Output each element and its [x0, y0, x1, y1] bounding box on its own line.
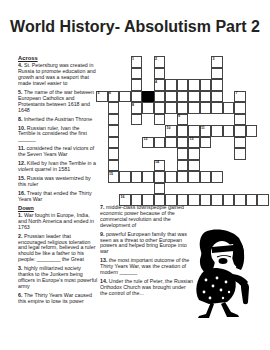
- crossword-cell[interactable]: [131, 79, 143, 91]
- crossword-cell[interactable]: [108, 125, 120, 137]
- crossword-cell[interactable]: [142, 171, 154, 183]
- crossword-cell[interactable]: [177, 102, 189, 114]
- clue-item: 4. St. Petersburg was created in Russia …: [18, 63, 98, 87]
- crossword-cell[interactable]: [234, 125, 246, 137]
- crossword-cell[interactable]: [154, 194, 166, 206]
- crossword-cell[interactable]: [223, 125, 235, 137]
- crossword-cell[interactable]: 7: [234, 91, 246, 103]
- clue-number: 7: [236, 91, 238, 96]
- clue-number: 10: [167, 126, 171, 131]
- crossword-cell[interactable]: [177, 160, 189, 172]
- crossword-cell[interactable]: [257, 194, 269, 206]
- crossword-cell[interactable]: [142, 194, 154, 206]
- crossword-cell[interactable]: [165, 171, 177, 183]
- crossword-cell[interactable]: [188, 160, 200, 172]
- worksheet-page: { "title": "World History- Absolutism Pa…: [0, 0, 270, 350]
- crossword-cell[interactable]: 16: [119, 194, 131, 206]
- crossword-cell[interactable]: [234, 137, 246, 149]
- clue-number: 1: [132, 57, 134, 62]
- crossword-cell[interactable]: 2: [154, 56, 166, 68]
- crossword-cell[interactable]: [211, 79, 223, 91]
- crossword-cell[interactable]: [223, 102, 235, 114]
- crossword-cell[interactable]: [119, 91, 131, 103]
- clue-number: 14: [155, 160, 159, 165]
- blocked-cell: [142, 91, 154, 103]
- clue-number: 4: [155, 80, 157, 85]
- crossword-cell[interactable]: [200, 137, 212, 149]
- crossword-cell[interactable]: [177, 91, 189, 103]
- crossword-cell[interactable]: [142, 102, 154, 114]
- crossword-cell[interactable]: [131, 114, 143, 126]
- crossword-cell[interactable]: 4: [154, 79, 166, 91]
- crossword-cell[interactable]: [246, 194, 258, 206]
- crossword-cell[interactable]: [108, 102, 120, 114]
- crossword-cell[interactable]: [154, 183, 166, 195]
- clue-item: 3. highly militarized society thanks to …: [18, 266, 98, 290]
- clue-column-left: Across 4. St. Petersburg was created in …: [18, 56, 98, 348]
- crossword-cell[interactable]: [211, 194, 223, 206]
- crossword-cell[interactable]: [188, 125, 200, 137]
- clue-number: 8: [132, 103, 134, 108]
- clue-item: 11. considered the real victors of the S…: [18, 146, 98, 158]
- clue-item: 6. The Thirty Years War caused this empi…: [18, 293, 98, 305]
- crossword-cell[interactable]: [188, 194, 200, 206]
- across-clue-list: 4. St. Petersburg was created in Russia …: [18, 63, 98, 202]
- crossword-cell[interactable]: [188, 171, 200, 183]
- crossword-cell[interactable]: [131, 68, 143, 80]
- crossword-cell[interactable]: [211, 125, 223, 137]
- clue-number: 9: [178, 114, 180, 119]
- clue-item: 10. Russian ruler, Ivan the Terrible is …: [18, 126, 98, 144]
- down-clue-list-right: 7. middle-class townspeople gained econo…: [100, 205, 194, 297]
- crossword-cell[interactable]: [200, 194, 212, 206]
- clue-number: 13: [190, 137, 194, 142]
- crossword-cell[interactable]: [108, 137, 120, 149]
- crossword-cell[interactable]: [165, 91, 177, 103]
- crossword-cell[interactable]: [154, 114, 166, 126]
- crossword-cell[interactable]: [188, 148, 200, 160]
- crossword-cell[interactable]: 13: [188, 137, 200, 149]
- crossword-cell[interactable]: 6: [108, 91, 120, 103]
- crossword-cell[interactable]: 10: [165, 125, 177, 137]
- crossword-cell[interactable]: [234, 114, 246, 126]
- crossword-cell[interactable]: [200, 91, 212, 103]
- crossword-cell[interactable]: 14: [154, 160, 166, 172]
- clue-number: 2: [155, 57, 157, 62]
- crossword-cell[interactable]: [211, 171, 223, 183]
- crossword-cell[interactable]: [177, 194, 189, 206]
- crossword-cell[interactable]: [200, 79, 212, 91]
- crossword-cell[interactable]: 11: [200, 125, 212, 137]
- crossword-cell[interactable]: 1: [131, 56, 143, 68]
- crossword-cell[interactable]: [165, 102, 177, 114]
- crossword-cell[interactable]: [154, 137, 166, 149]
- crossword-cell[interactable]: [234, 148, 246, 160]
- crossword-cell[interactable]: [246, 125, 258, 137]
- across-header: Across: [18, 56, 98, 62]
- crossword-cell[interactable]: 8: [131, 102, 143, 114]
- crossword-cell[interactable]: [165, 137, 177, 149]
- crossword-cell[interactable]: [177, 79, 189, 91]
- crossword-cell[interactable]: [131, 91, 143, 103]
- crossword-cell[interactable]: [177, 171, 189, 183]
- crossword-cell[interactable]: [234, 102, 246, 114]
- down-clue-list-left: 1. War fought in Europe, India, and Nort…: [18, 213, 98, 305]
- crossword-cell[interactable]: [200, 102, 212, 114]
- crossword-cell[interactable]: [177, 148, 189, 160]
- clue-item: 15. Russia was westernized by this ruler: [18, 176, 98, 188]
- crossword-cell[interactable]: 3: [211, 56, 223, 68]
- clue-number: 12: [144, 137, 148, 142]
- clue-item: 5. The name of the war between European …: [18, 90, 98, 114]
- crossword-cell[interactable]: [211, 68, 223, 80]
- clue-item: 7. middle-class townspeople gained econo…: [100, 205, 194, 229]
- crossword-cell[interactable]: [108, 148, 120, 160]
- crossword-cell[interactable]: [108, 160, 120, 172]
- clue-column-right: 7. middle-class townspeople gained econo…: [100, 205, 194, 345]
- clue-item: 9. powerful European family that was see…: [100, 232, 194, 256]
- crossword-cell[interactable]: [177, 137, 189, 149]
- clue-item: 13. the most important outcome of the Th…: [100, 258, 194, 276]
- clue-number: 15: [109, 172, 113, 177]
- crossword-cell[interactable]: [108, 114, 120, 126]
- crossword-cell[interactable]: [131, 171, 143, 183]
- crossword-cell[interactable]: [211, 102, 223, 114]
- clue-item: 16. Treaty that ended the Thirty Years W…: [18, 191, 98, 203]
- crossword-cell[interactable]: [188, 91, 200, 103]
- crossword-cell[interactable]: 15: [108, 171, 120, 183]
- king-caricature-illustration: [193, 228, 265, 320]
- crossword-cell[interactable]: [188, 102, 200, 114]
- crossword-cell[interactable]: [165, 79, 177, 91]
- clue-item: 8. Inherited the Austrian Throne: [18, 117, 98, 123]
- clue-number: 16: [121, 195, 125, 200]
- clue-item: 1. War fought in Europe, India, and Nort…: [18, 213, 98, 231]
- crossword-cell[interactable]: [119, 171, 131, 183]
- crossword-cell[interactable]: [177, 125, 189, 137]
- crossword-cell[interactable]: [165, 194, 177, 206]
- crossword-cell[interactable]: [211, 91, 223, 103]
- clue-number: 6: [109, 91, 111, 96]
- crossword-cell[interactable]: [223, 194, 235, 206]
- crossword-cell[interactable]: [154, 68, 166, 80]
- crossword-cell[interactable]: [131, 194, 143, 206]
- crossword-cell[interactable]: 9: [177, 114, 189, 126]
- crossword-cell[interactable]: [188, 79, 200, 91]
- crossword-cell[interactable]: [200, 171, 212, 183]
- crossword-cell[interactable]: [154, 91, 166, 103]
- crossword-cell[interactable]: 12: [142, 137, 154, 149]
- clue-item: 12. Killed by Ivan the Terrible in a vio…: [18, 161, 98, 173]
- clue-item: 14. Under the rule of Peter, the Russian…: [100, 279, 194, 297]
- crossword-cell[interactable]: [234, 194, 246, 206]
- clue-number: 3: [213, 57, 215, 62]
- crossword-cell[interactable]: [154, 102, 166, 114]
- down-header: Down: [18, 206, 98, 212]
- clue-item: 2. Prussian leader that encouraged relig…: [18, 234, 98, 264]
- crossword-cell[interactable]: [154, 171, 166, 183]
- clue-number: 11: [201, 126, 205, 131]
